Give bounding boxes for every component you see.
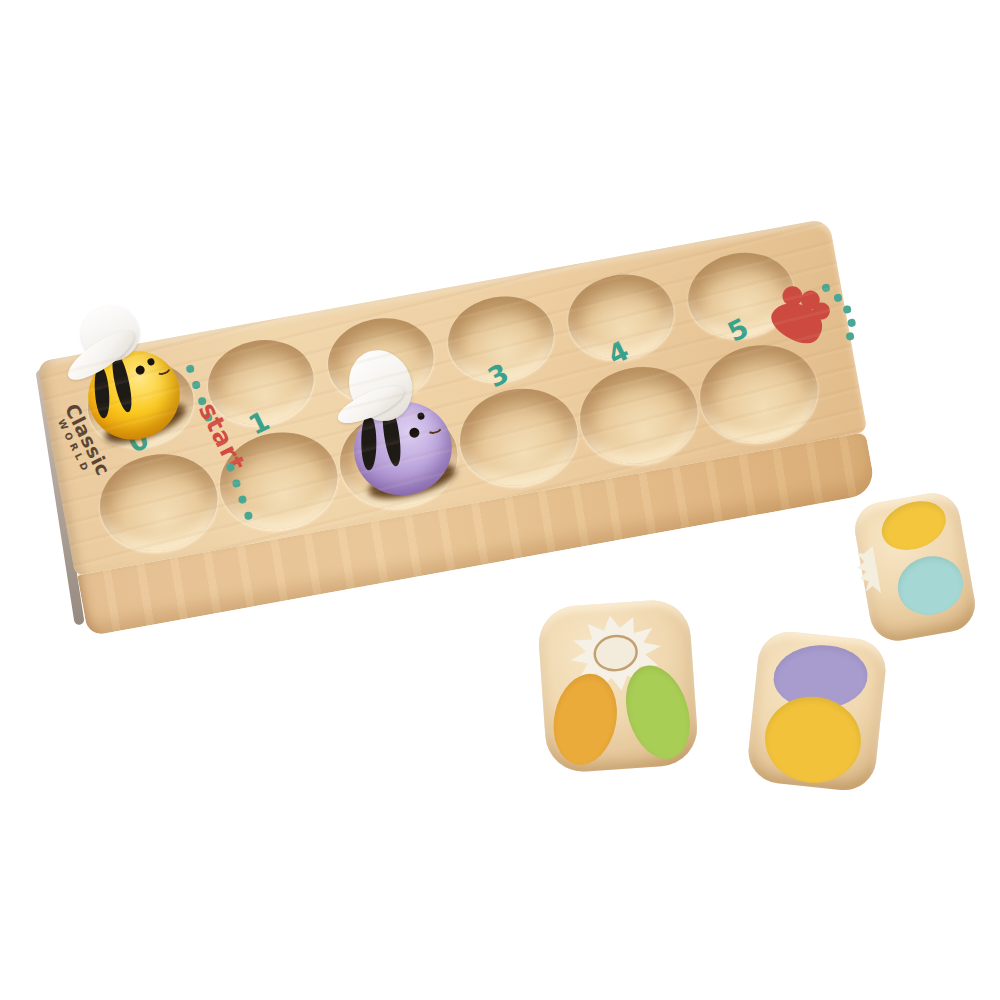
tulip-dot: [845, 332, 854, 341]
hole-near-0[interactable]: [92, 445, 225, 561]
hole-near-4[interactable]: [572, 358, 705, 474]
tulip-dot: [847, 318, 856, 327]
tulip-flower: [765, 285, 836, 353]
color-die-bottom-right[interactable]: [745, 629, 888, 794]
tulip-logo-icon: [767, 271, 870, 377]
tulip-dot: [833, 293, 842, 302]
color-die-left[interactable]: [536, 598, 699, 774]
color-die-top-right[interactable]: [851, 489, 980, 645]
hole-near-3[interactable]: [452, 379, 585, 495]
start-line-dot: [186, 364, 195, 373]
game-board: 0 1 2 3 4 5 start Classic WORLD: [37, 218, 879, 636]
start-line-dot: [192, 380, 201, 389]
tulip-dot: [843, 305, 852, 314]
tulip-dot: [821, 283, 830, 292]
bee-stripe: [361, 414, 376, 470]
product-photo: 0 1 2 3 4 5 start Classic WORLD: [0, 0, 1000, 1000]
